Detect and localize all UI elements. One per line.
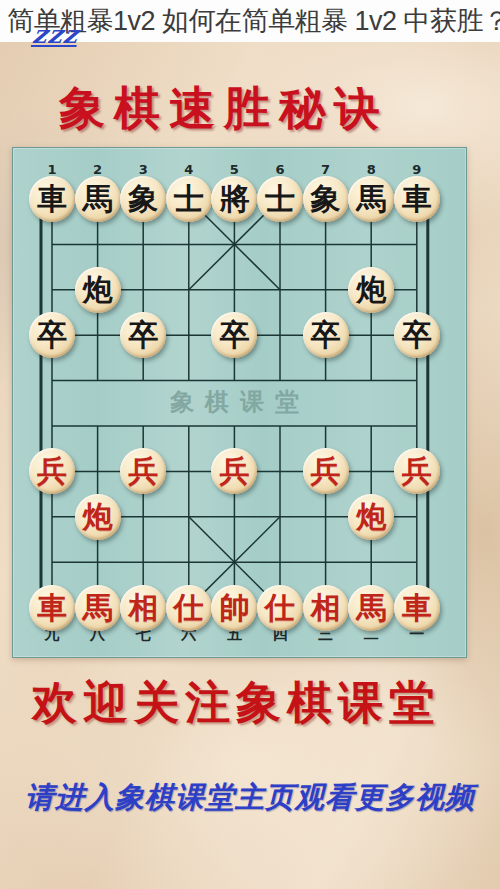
file-number-top: 8 (367, 162, 376, 177)
board-piece-red[interactable]: 車 (394, 585, 440, 631)
board-piece-black[interactable]: 象 (120, 176, 166, 222)
board-piece-black[interactable]: 車 (394, 176, 440, 222)
zzz-scribble: zzz (30, 20, 81, 49)
file-number-top: 2 (93, 162, 102, 177)
board-piece-black[interactable]: 馬 (75, 176, 121, 222)
board-piece-black[interactable]: 馬 (348, 176, 394, 222)
welcome-text: 欢迎关注象棋课堂 (0, 673, 486, 733)
board-piece-red[interactable]: 炮 (75, 494, 121, 540)
xiangqi-board[interactable]: 象棋课堂 123456789 九八七六五四三二一 車馬象士將士象馬車炮炮卒卒卒卒… (12, 147, 467, 658)
file-number-top: 5 (230, 162, 239, 177)
board-watermark: 象棋课堂 (170, 386, 310, 418)
board-piece-red[interactable]: 兵 (394, 448, 440, 494)
board-piece-red[interactable]: 仕 (257, 585, 303, 631)
board-piece-red[interactable]: 相 (303, 585, 349, 631)
board-piece-black[interactable]: 卒 (303, 312, 349, 358)
board-piece-red[interactable]: 馬 (75, 585, 121, 631)
board-piece-black[interactable]: 車 (29, 176, 75, 222)
page-background: 简单粗暴1v2 如何在简单粗暴 1v2 中获胜？ zzz 象棋速胜秘诀 象棋课堂… (0, 0, 500, 889)
board-piece-red[interactable]: 仕 (166, 585, 212, 631)
board-piece-black[interactable]: 炮 (348, 267, 394, 313)
file-number-top: 6 (275, 162, 284, 177)
board-piece-red[interactable]: 帥 (211, 585, 257, 631)
board-piece-red[interactable]: 車 (29, 585, 75, 631)
subscribe-text: 请进入象棋课堂主页观看更多视频 (0, 778, 500, 818)
board-piece-red[interactable]: 兵 (303, 448, 349, 494)
board-piece-black[interactable]: 卒 (394, 312, 440, 358)
board-piece-red[interactable]: 馬 (348, 585, 394, 631)
file-number-top: 4 (184, 162, 193, 177)
board-piece-black[interactable]: 象 (303, 176, 349, 222)
board-piece-black[interactable]: 士 (257, 176, 303, 222)
file-number-top: 1 (47, 162, 56, 177)
board-piece-black[interactable]: 士 (166, 176, 212, 222)
file-number-top: 7 (321, 162, 330, 177)
banner-title: 象棋速胜秘诀 (0, 78, 474, 140)
board-piece-black[interactable]: 炮 (75, 267, 121, 313)
board-piece-black[interactable]: 卒 (29, 312, 75, 358)
file-number-top: 3 (139, 162, 148, 177)
board-piece-red[interactable]: 相 (120, 585, 166, 631)
file-number-top: 9 (412, 162, 421, 177)
board-piece-red[interactable]: 炮 (348, 494, 394, 540)
